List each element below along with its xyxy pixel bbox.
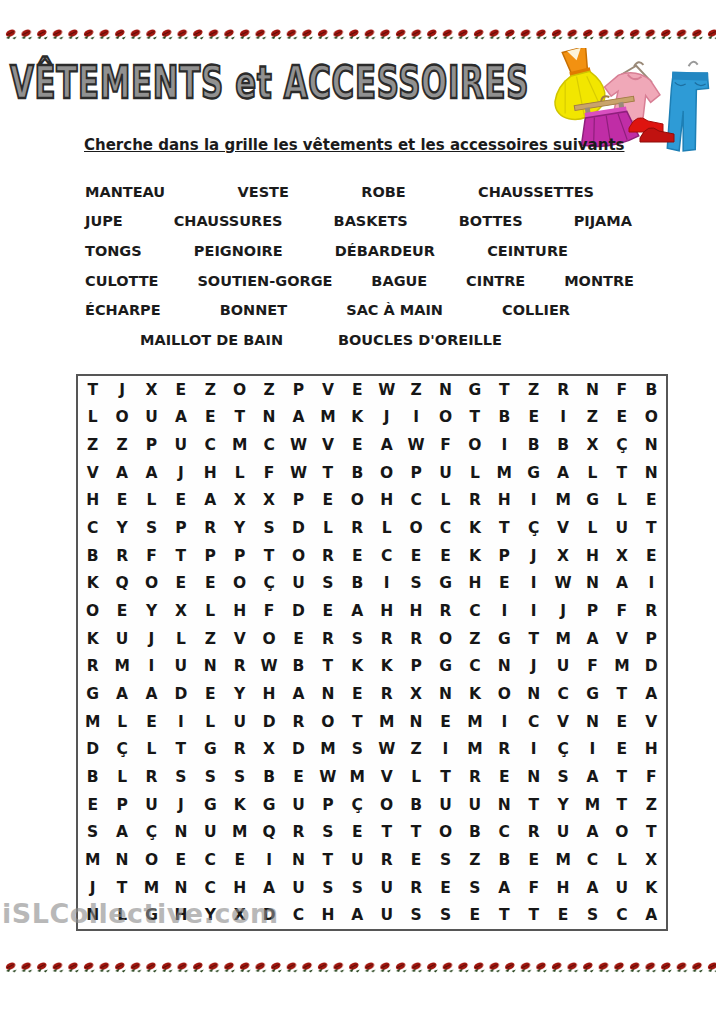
grid-cell: D: [166, 680, 195, 708]
grid-cell: Q: [107, 570, 136, 598]
grid-cell: P: [225, 542, 254, 570]
grid-cell: Z: [254, 376, 283, 404]
grid-cell: L: [578, 459, 607, 487]
grid-cell: V: [637, 708, 666, 736]
grid-cell: R: [225, 652, 254, 680]
grid-cell: T: [607, 763, 636, 791]
grid-cell: A: [548, 459, 577, 487]
word-list-row: MAILLOT DE BAINBOUCLES D'OREILLE: [0, 325, 720, 355]
grid-cell: G: [578, 680, 607, 708]
grid-cell: L: [401, 763, 430, 791]
word-list-item: BASKETS: [334, 213, 408, 229]
grid-cell: B: [490, 404, 519, 432]
word-list-row: TONGSPEIGNOIREDÉBARDEURCEINTURE: [0, 236, 720, 266]
grid-cell: N: [284, 846, 313, 874]
grid-cell: L: [607, 487, 636, 515]
grid-cell: Z: [460, 846, 489, 874]
grid-cell: V: [225, 625, 254, 653]
grid-cell: E: [460, 901, 489, 929]
grid-cell: B: [490, 846, 519, 874]
grid-cell: L: [313, 514, 342, 542]
grid-cell: E: [196, 404, 225, 432]
grid-cell: E: [490, 570, 519, 598]
grid-cell: E: [107, 597, 136, 625]
grid-cell: D: [637, 652, 666, 680]
grid-cell: E: [196, 570, 225, 598]
grid-cell: L: [372, 514, 401, 542]
grid-cell: R: [372, 680, 401, 708]
grid-cell: Ç: [343, 791, 372, 819]
grid-cell: Z: [401, 376, 430, 404]
grid-cell: I: [490, 597, 519, 625]
grid-cell: N: [578, 570, 607, 598]
grid-cell: L: [460, 459, 489, 487]
grid-cell: C: [78, 514, 107, 542]
grid-cell: T: [313, 459, 342, 487]
grid-cell: P: [284, 376, 313, 404]
grid-cell: H: [225, 597, 254, 625]
grid-cell: Z: [401, 735, 430, 763]
grid-cell: T: [637, 818, 666, 846]
grid-cell: E: [401, 542, 430, 570]
word-list-item: BONNET: [220, 302, 287, 318]
grid-cell: S: [343, 874, 372, 902]
grid-cell: Ç: [107, 735, 136, 763]
grid-cell: U: [225, 708, 254, 736]
grid-cell: Y: [548, 791, 577, 819]
grid-cell: X: [137, 376, 166, 404]
grid-cell: E: [137, 708, 166, 736]
grid-cell: S: [401, 901, 430, 929]
word-list-item: BOUCLES D'OREILLE: [338, 332, 502, 348]
grid-cell: G: [254, 791, 283, 819]
grid-cell: O: [225, 376, 254, 404]
grid-cell: Ç: [548, 735, 577, 763]
grid-cell: R: [460, 763, 489, 791]
word-list-item: CINTRE: [466, 273, 525, 289]
grid-cell: R: [401, 874, 430, 902]
grid-cell: Y: [225, 680, 254, 708]
grid-cell: O: [607, 818, 636, 846]
grid-cell: U: [284, 874, 313, 902]
grid-cell: N: [196, 652, 225, 680]
grid-cell: M: [225, 431, 254, 459]
grid-cell: T: [607, 459, 636, 487]
word-list-item: ROBE: [361, 184, 405, 200]
grid-cell: T: [78, 376, 107, 404]
grid-cell: K: [225, 791, 254, 819]
grid-cell: V: [372, 763, 401, 791]
decorative-border-bottom: [4, 960, 716, 974]
grid-cell: W: [284, 459, 313, 487]
grid-cell: F: [519, 874, 548, 902]
grid-cell: C: [431, 514, 460, 542]
grid-cell: A: [578, 818, 607, 846]
word-list-item: COLLIER: [502, 302, 570, 318]
grid-cell: O: [490, 680, 519, 708]
grid-cell: Ç: [519, 514, 548, 542]
grid-cell: T: [519, 791, 548, 819]
grid-cell: L: [137, 735, 166, 763]
grid-cell: O: [313, 708, 342, 736]
grid-cell: X: [254, 735, 283, 763]
grid-cell: L: [78, 404, 107, 432]
grid-cell: N: [401, 708, 430, 736]
grid-cell: E: [607, 708, 636, 736]
grid-cell: H: [313, 901, 342, 929]
grid-cell: M: [78, 708, 107, 736]
grid-cell: T: [637, 514, 666, 542]
grid-cell: A: [343, 901, 372, 929]
instruction-text: Cherche dans la grille les vêtements et …: [84, 136, 684, 154]
word-list-item: MAILLOT DE BAIN: [140, 332, 283, 348]
grid-cell: G: [431, 652, 460, 680]
grid-cell: C: [490, 818, 519, 846]
grid-cell: O: [431, 818, 460, 846]
word-list-item: PIJAMA: [574, 213, 632, 229]
grid-cell: B: [78, 763, 107, 791]
grid-cell: U: [107, 625, 136, 653]
grid-cell: T: [225, 404, 254, 432]
word-list-item: VESTE: [238, 184, 289, 200]
grid-cell: F: [578, 652, 607, 680]
grid-cell: D: [254, 708, 283, 736]
grid-cell: O: [401, 514, 430, 542]
grid-cell: N: [431, 680, 460, 708]
grid-cell: S: [578, 901, 607, 929]
grid-cell: N: [519, 680, 548, 708]
grid-cell: R: [313, 542, 342, 570]
grid-cell: U: [166, 652, 195, 680]
grid-cell: R: [343, 514, 372, 542]
grid-cell: O: [78, 597, 107, 625]
grid-cell: O: [284, 542, 313, 570]
grid-cell: I: [137, 652, 166, 680]
grid-cell: M: [548, 846, 577, 874]
grid-cell: H: [372, 487, 401, 515]
grid-cell: E: [490, 763, 519, 791]
grid-cell: R: [313, 625, 342, 653]
grid-cell: Z: [196, 625, 225, 653]
grid-cell: G: [460, 376, 489, 404]
word-list-item: CHAUSSETTES: [478, 184, 594, 200]
grid-cell: O: [372, 459, 401, 487]
grid-cell: R: [372, 625, 401, 653]
grid-cell: K: [343, 404, 372, 432]
grid-cell: P: [401, 652, 430, 680]
grid-cell: O: [343, 487, 372, 515]
grid-cell: I: [254, 846, 283, 874]
grid-cell: E: [78, 791, 107, 819]
grid-cell: Z: [107, 431, 136, 459]
grid-cell: P: [313, 791, 342, 819]
grid-cell: P: [166, 514, 195, 542]
grid-cell: U: [372, 874, 401, 902]
grid-cell: I: [519, 597, 548, 625]
grid-cell: N: [637, 431, 666, 459]
grid-cell: L: [137, 487, 166, 515]
grid-cell: R: [401, 625, 430, 653]
grid-cell: Y: [137, 597, 166, 625]
grid-cell: S: [548, 763, 577, 791]
grid-cell: S: [254, 514, 283, 542]
grid-cell: G: [78, 680, 107, 708]
grid-cell: E: [607, 735, 636, 763]
word-search-grid: TJXEZOZPVEWZNGTZRNFBLOUAETNAMKJIOTBEIZEO…: [76, 374, 668, 931]
grid-cell: I: [431, 735, 460, 763]
grid-cell: C: [607, 901, 636, 929]
grid-cell: B: [519, 431, 548, 459]
grid-cell: N: [578, 708, 607, 736]
grid-cell: L: [166, 625, 195, 653]
grid-cell: U: [607, 874, 636, 902]
word-list-item: ÉCHARPE: [85, 302, 161, 318]
grid-cell: I: [166, 708, 195, 736]
grid-cell: T: [607, 791, 636, 819]
grid-cell: B: [78, 542, 107, 570]
grid-cell: H: [372, 597, 401, 625]
grid-cell: V: [78, 459, 107, 487]
grid-cell: E: [431, 542, 460, 570]
grid-cell: C: [254, 431, 283, 459]
grid-cell: G: [519, 459, 548, 487]
grid-cell: L: [196, 597, 225, 625]
grid-cell: H: [490, 487, 519, 515]
grid-cell: Q: [254, 818, 283, 846]
grid-cell: C: [196, 431, 225, 459]
word-list-item: DÉBARDEUR: [335, 243, 435, 259]
grid-cell: E: [166, 376, 195, 404]
grid-cell: M: [225, 818, 254, 846]
grid-cell: R: [431, 597, 460, 625]
grid-cell: I: [578, 735, 607, 763]
grid-cell: P: [578, 597, 607, 625]
word-list-item: TONGS: [85, 243, 142, 259]
grid-cell: M: [607, 652, 636, 680]
grid-cell: A: [490, 874, 519, 902]
grid-cell: T: [519, 625, 548, 653]
grid-cell: B: [284, 652, 313, 680]
grid-cell: E: [343, 680, 372, 708]
grid-cell: V: [607, 625, 636, 653]
grid-cell: B: [460, 818, 489, 846]
grid-cell: K: [460, 514, 489, 542]
grid-cell: J: [372, 404, 401, 432]
grid-cell: E: [196, 680, 225, 708]
grid-cell: Ç: [137, 818, 166, 846]
grid-cell: R: [548, 376, 577, 404]
grid-cell: A: [343, 597, 372, 625]
grid-cell: N: [166, 818, 195, 846]
grid-cell: U: [431, 459, 460, 487]
grid-cell: R: [372, 846, 401, 874]
grid-cell: B: [548, 431, 577, 459]
grid-cell: R: [284, 708, 313, 736]
grid-cell: D: [284, 597, 313, 625]
grid-cell: P: [401, 459, 430, 487]
grid-cell: G: [431, 570, 460, 598]
grid-cell: E: [607, 404, 636, 432]
grid-cell: H: [254, 680, 283, 708]
grid-cell: O: [372, 791, 401, 819]
grid-cell: G: [490, 625, 519, 653]
page-title: VÊTEMENTS et ACCESSOIRES: [10, 58, 529, 109]
grid-cell: S: [343, 625, 372, 653]
grid-cell: I: [401, 404, 430, 432]
grid-cell: Z: [78, 431, 107, 459]
grid-cell: A: [372, 431, 401, 459]
grid-cell: S: [166, 763, 195, 791]
grid-cell: E: [343, 818, 372, 846]
worksheet-page: VÊTEMENTS et ACCESSOIRES: [0, 0, 720, 1016]
grid-cell: I: [548, 404, 577, 432]
grid-cell: Z: [196, 376, 225, 404]
grid-cell: S: [313, 570, 342, 598]
word-list-item: MONTRE: [564, 273, 634, 289]
grid-cell: S: [225, 763, 254, 791]
grid-cell: Z: [460, 625, 489, 653]
grid-cell: M: [107, 652, 136, 680]
grid-cell: H: [637, 735, 666, 763]
grid-cell: T: [460, 404, 489, 432]
grid-cell: P: [196, 542, 225, 570]
grid-cell: F: [607, 376, 636, 404]
grid-cell: O: [254, 625, 283, 653]
grid-cell: U: [166, 431, 195, 459]
grid-cell: M: [372, 708, 401, 736]
grid-cell: E: [313, 487, 342, 515]
grid-cell: O: [137, 846, 166, 874]
grid-cell: T: [313, 846, 342, 874]
grid-cell: A: [137, 680, 166, 708]
grid-cell: E: [637, 542, 666, 570]
word-list-item: BOTTES: [459, 213, 523, 229]
grid-cell: I: [490, 708, 519, 736]
grid-cell: B: [254, 763, 283, 791]
grid-cell: X: [254, 487, 283, 515]
grid-cell: X: [401, 680, 430, 708]
grid-cell: J: [519, 542, 548, 570]
word-list-row: JUPECHAUSSURESBASKETSBOTTESPIJAMA: [0, 207, 720, 237]
grid-cell: W: [401, 431, 430, 459]
grid-cell: T: [343, 708, 372, 736]
grid-cell: U: [431, 791, 460, 819]
grid-cell: E: [107, 487, 136, 515]
grid-cell: A: [107, 459, 136, 487]
grid-cell: P: [490, 542, 519, 570]
grid-cell: N: [254, 404, 283, 432]
grid-cell: A: [284, 404, 313, 432]
word-list: MANTEAUVESTEROBECHAUSSETTESJUPECHAUSSURE…: [0, 177, 720, 355]
grid-cell: T: [401, 818, 430, 846]
grid-cell: S: [431, 901, 460, 929]
grid-cell: C: [519, 708, 548, 736]
grid-cell: M: [490, 459, 519, 487]
grid-cell: D: [284, 514, 313, 542]
grid-cell: A: [637, 680, 666, 708]
grid-cell: S: [431, 846, 460, 874]
grid-cell: V: [548, 514, 577, 542]
grid-cell: R: [460, 487, 489, 515]
grid-cell: S: [460, 874, 489, 902]
grid-cell: U: [137, 404, 166, 432]
word-list-item: SOUTIEN-GORGE: [197, 273, 332, 289]
grid-cell: M: [460, 735, 489, 763]
grid-cell: C: [548, 680, 577, 708]
grid-cell: E: [519, 846, 548, 874]
grid-cell: M: [343, 763, 372, 791]
grid-cell: S: [313, 818, 342, 846]
grid-cell: E: [166, 487, 195, 515]
grid-cell: N: [490, 791, 519, 819]
grid-cell: T: [313, 652, 342, 680]
grid-cell: U: [372, 901, 401, 929]
grid-cell: A: [107, 818, 136, 846]
grid-cell: C: [196, 846, 225, 874]
grid-cell: F: [254, 459, 283, 487]
grid-cell: C: [460, 597, 489, 625]
grid-cell: J: [519, 652, 548, 680]
grid-cell: T: [372, 818, 401, 846]
grid-cell: O: [637, 404, 666, 432]
grid-cell: J: [166, 791, 195, 819]
grid-cell: T: [607, 680, 636, 708]
grid-cell: P: [284, 487, 313, 515]
grid-cell: H: [548, 874, 577, 902]
grid-cell: U: [284, 791, 313, 819]
grid-cell: C: [372, 542, 401, 570]
grid-cell: L: [107, 763, 136, 791]
grid-cell: K: [637, 874, 666, 902]
grid-cell: X: [548, 542, 577, 570]
grid-cell: A: [637, 901, 666, 929]
grid-cell: I: [490, 431, 519, 459]
grid-cell: L: [196, 708, 225, 736]
grid-cell: M: [313, 404, 342, 432]
grid-cell: E: [637, 487, 666, 515]
grid-cell: P: [107, 791, 136, 819]
word-list-item: CHAUSSURES: [174, 213, 283, 229]
grid-cell: W: [372, 735, 401, 763]
grid-cell: B: [343, 570, 372, 598]
grid-cell: S: [196, 763, 225, 791]
grid-cell: F: [607, 597, 636, 625]
grid-cell: O: [107, 404, 136, 432]
grid-cell: E: [431, 708, 460, 736]
grid-cell: T: [254, 542, 283, 570]
grid-cell: H: [401, 597, 430, 625]
grid-cell: F: [254, 597, 283, 625]
word-list-item: JUPE: [85, 213, 123, 229]
grid-cell: B: [343, 459, 372, 487]
grid-cell: C: [460, 652, 489, 680]
grid-cell: A: [578, 625, 607, 653]
grid-cell: N: [490, 652, 519, 680]
grid-cell: R: [490, 735, 519, 763]
word-list-row: ÉCHARPEBONNETSAC À MAINCOLLIER: [0, 295, 720, 325]
grid-cell: X: [637, 846, 666, 874]
grid-cell: B: [401, 791, 430, 819]
grid-cell: F: [431, 431, 460, 459]
grid-cell: W: [313, 763, 342, 791]
grid-cell: J: [137, 625, 166, 653]
grid-cell: A: [578, 763, 607, 791]
grid-cell: A: [284, 680, 313, 708]
grid-cell: N: [431, 376, 460, 404]
grid-cell: I: [519, 570, 548, 598]
grid-cell: C: [284, 901, 313, 929]
watermark: iSLCollective.com: [2, 898, 279, 929]
